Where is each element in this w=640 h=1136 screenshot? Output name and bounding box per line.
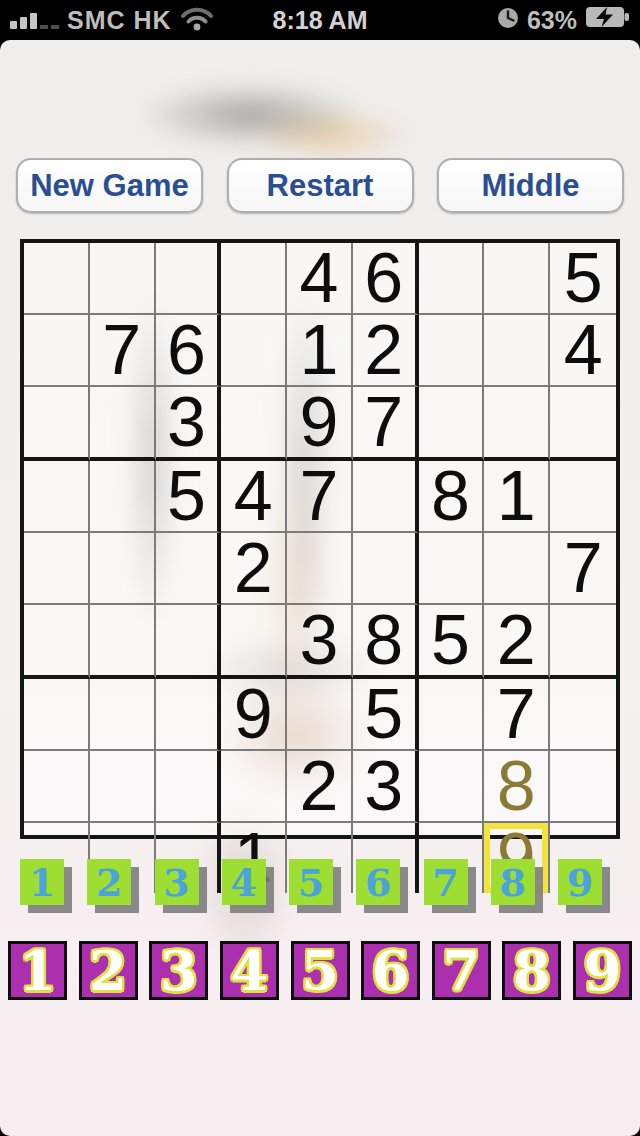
cell-r3c8[interactable] — [484, 387, 550, 461]
cell-r6c5[interactable]: 3 — [287, 605, 353, 679]
cell-r1c1[interactable] — [24, 243, 90, 315]
cell-r6c7[interactable]: 5 — [419, 605, 485, 679]
cell-r7c6[interactable]: 5 — [353, 679, 419, 751]
cell-r2c6[interactable]: 2 — [353, 315, 419, 387]
cell-r4c7[interactable]: 8 — [419, 461, 485, 533]
cell-r3c2[interactable] — [90, 387, 156, 461]
battery-percent-label: 63% — [527, 6, 577, 35]
cell-r2c7[interactable] — [419, 315, 485, 387]
large-pad-key-2[interactable]: 2 — [79, 941, 138, 1000]
cell-r6c4[interactable] — [221, 605, 287, 679]
middle-difficulty-button[interactable]: Middle — [437, 158, 624, 213]
status-bar-left: SMC HK — [10, 4, 214, 37]
cell-r5c7[interactable] — [419, 533, 485, 605]
cell-r7c5[interactable] — [287, 679, 353, 751]
cell-r3c9[interactable] — [550, 387, 616, 461]
cell-r3c7[interactable] — [419, 387, 485, 461]
small-pad-key-9[interactable]: 9 — [558, 859, 602, 905]
cell-r6c6[interactable]: 8 — [353, 605, 419, 679]
cell-r6c1[interactable] — [24, 605, 90, 679]
cell-r5c6[interactable] — [353, 533, 419, 605]
cell-r6c2[interactable] — [90, 605, 156, 679]
large-pad-key-3[interactable]: 3 — [149, 941, 208, 1000]
status-bar-right: 63% — [497, 5, 630, 35]
cell-r1c9[interactable]: 5 — [550, 243, 616, 315]
small-pad-key-5[interactable]: 5 — [289, 859, 333, 905]
cell-r4c5[interactable]: 7 — [287, 461, 353, 533]
cell-r7c4[interactable]: 9 — [221, 679, 287, 751]
cell-r4c2[interactable] — [90, 461, 156, 533]
cell-r5c5[interactable] — [287, 533, 353, 605]
small-pad-key-6[interactable]: 6 — [356, 859, 400, 905]
cell-r8c5[interactable]: 2 — [287, 751, 353, 823]
cell-r5c9[interactable]: 7 — [550, 533, 616, 605]
cell-r3c4[interactable] — [221, 387, 287, 461]
small-pad-key-4[interactable]: 4 — [222, 859, 266, 905]
alarm-clock-icon — [497, 6, 519, 35]
large-pad-key-1[interactable]: 1 — [8, 941, 67, 1000]
cell-r1c7[interactable] — [419, 243, 485, 315]
cell-r2c4[interactable] — [221, 315, 287, 387]
sudoku-board: 465761243975478127385295723819 — [20, 239, 620, 839]
cell-r1c4[interactable] — [221, 243, 287, 315]
cell-r2c3[interactable]: 6 — [156, 315, 222, 387]
cell-r3c5[interactable]: 9 — [287, 387, 353, 461]
cell-r1c8[interactable] — [484, 243, 550, 315]
cell-r8c7[interactable] — [419, 751, 485, 823]
cell-r6c8[interactable]: 2 — [484, 605, 550, 679]
cell-r7c9[interactable] — [550, 679, 616, 751]
cell-r4c3[interactable]: 5 — [156, 461, 222, 533]
cell-r2c5[interactable]: 1 — [287, 315, 353, 387]
toolbar: New Game Restart Middle — [16, 158, 624, 213]
cell-r8c3[interactable] — [156, 751, 222, 823]
cell-r7c3[interactable] — [156, 679, 222, 751]
small-pad-key-3[interactable]: 3 — [155, 859, 199, 905]
large-pad-key-8[interactable]: 8 — [502, 941, 561, 1000]
cell-r4c9[interactable] — [550, 461, 616, 533]
small-pad-key-7[interactable]: 7 — [424, 859, 468, 905]
cell-r4c1[interactable] — [24, 461, 90, 533]
cell-r5c8[interactable] — [484, 533, 550, 605]
small-number-pad: 123456789 — [20, 859, 602, 905]
cell-r1c6[interactable]: 6 — [353, 243, 419, 315]
cell-signal-icon — [10, 9, 59, 32]
restart-button[interactable]: Restart — [227, 158, 414, 213]
cell-r5c4[interactable]: 2 — [221, 533, 287, 605]
cell-r5c3[interactable] — [156, 533, 222, 605]
small-pad-key-1[interactable]: 1 — [20, 859, 64, 905]
cell-r4c8[interactable]: 1 — [484, 461, 550, 533]
new-game-button[interactable]: New Game — [16, 158, 203, 213]
cell-r2c8[interactable] — [484, 315, 550, 387]
cell-r1c2[interactable] — [90, 243, 156, 315]
cell-r6c9[interactable] — [550, 605, 616, 679]
cell-r7c1[interactable] — [24, 679, 90, 751]
cell-r4c6[interactable] — [353, 461, 419, 533]
cell-r5c2[interactable] — [90, 533, 156, 605]
cell-r8c6[interactable]: 3 — [353, 751, 419, 823]
large-pad-key-7[interactable]: 7 — [432, 941, 491, 1000]
cell-r2c9[interactable]: 4 — [550, 315, 616, 387]
large-number-pad: 123456789 — [8, 941, 632, 1000]
cell-r5c1[interactable] — [24, 533, 90, 605]
cell-r1c5[interactable]: 4 — [287, 243, 353, 315]
cell-r8c4[interactable] — [221, 751, 287, 823]
cell-r4c4[interactable]: 4 — [221, 461, 287, 533]
large-pad-key-4[interactable]: 4 — [220, 941, 279, 1000]
status-bar: SMC HK 8:18 AM 63% — [0, 0, 640, 40]
small-pad-key-2[interactable]: 2 — [87, 859, 131, 905]
battery-charging-icon — [585, 5, 630, 35]
wifi-icon — [180, 4, 214, 37]
cell-r8c9[interactable] — [550, 751, 616, 823]
cell-r1c3[interactable] — [156, 243, 222, 315]
cell-r8c1[interactable] — [24, 751, 90, 823]
large-pad-key-9[interactable]: 9 — [573, 941, 632, 1000]
cell-r2c1[interactable] — [24, 315, 90, 387]
large-pad-key-6[interactable]: 6 — [361, 941, 420, 1000]
cell-r7c2[interactable] — [90, 679, 156, 751]
iphone-screen: SMC HK 8:18 AM 63% — [0, 0, 640, 1136]
cell-r6c3[interactable] — [156, 605, 222, 679]
large-pad-key-5[interactable]: 5 — [291, 941, 350, 1000]
cell-r3c6[interactable]: 7 — [353, 387, 419, 461]
small-pad-key-8[interactable]: 8 — [491, 859, 535, 905]
cell-r7c7[interactable] — [419, 679, 485, 751]
cell-r3c1[interactable] — [24, 387, 90, 461]
carrier-label: SMC HK — [67, 6, 172, 35]
cell-r8c2[interactable] — [90, 751, 156, 823]
cell-r8c8[interactable]: 8 — [484, 751, 550, 823]
sudoku-app: New Game Restart Middle 4657612439754781… — [0, 40, 640, 1136]
cell-r2c2[interactable]: 7 — [90, 315, 156, 387]
cell-r3c3[interactable]: 3 — [156, 387, 222, 461]
cell-r7c8[interactable]: 7 — [484, 679, 550, 751]
